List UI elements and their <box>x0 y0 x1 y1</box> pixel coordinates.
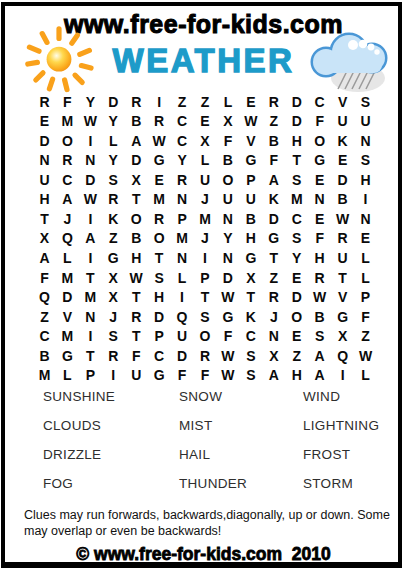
word-item: WIND <box>303 389 407 418</box>
grid-cell: M <box>56 268 79 288</box>
grid-cell: D <box>216 268 239 288</box>
grid-cell: R <box>262 287 285 307</box>
grid-cell: E <box>285 326 308 346</box>
grid-cell: N <box>354 209 377 229</box>
grid-cell: G <box>239 248 262 268</box>
grid-cell: Z <box>262 112 285 132</box>
grid-cell: R <box>102 190 125 210</box>
grid-cell: B <box>216 151 239 171</box>
grid-cell: A <box>125 131 148 151</box>
grid-cell: G <box>216 307 239 327</box>
grid-cell: X <box>102 287 125 307</box>
grid-cell: E <box>308 209 331 229</box>
grid-cell: W <box>308 287 331 307</box>
grid-cell: N <box>79 151 102 171</box>
grid-cell: T <box>79 346 102 366</box>
grid-cell: X <box>33 229 56 249</box>
grid-cell: W <box>239 112 262 132</box>
grid-cell: U <box>331 112 354 132</box>
grid-cell: S <box>354 92 377 112</box>
grid-cell: H <box>308 248 331 268</box>
grid-cell: F <box>354 307 377 327</box>
grid-cell: B <box>125 229 148 249</box>
grid-cell: U <box>194 170 217 190</box>
grid-cell: F <box>308 229 331 249</box>
grid-cell: Y <box>102 151 125 171</box>
grid-cell: W <box>331 209 354 229</box>
grid-cell: Q <box>33 287 56 307</box>
grid-cell: F <box>216 326 239 346</box>
grid-cell: G <box>56 346 79 366</box>
grid-cell: R <box>171 170 194 190</box>
grid-cell: K <box>331 131 354 151</box>
grid-cell: G <box>262 229 285 249</box>
grid-cell: O <box>285 307 308 327</box>
grid-cell: C <box>171 131 194 151</box>
grid-cell: R <box>308 268 331 288</box>
grid-cell: S <box>354 151 377 171</box>
grid-cell: R <box>148 112 171 132</box>
grid-cell: T <box>125 287 148 307</box>
grid-cell: C <box>239 326 262 346</box>
grid-cell: D <box>171 346 194 366</box>
grid-cell: L <box>354 365 377 385</box>
grid-cell: N <box>171 190 194 210</box>
grid-cell: I <box>79 131 102 151</box>
grid-cell: L <box>56 248 79 268</box>
grid-cell: R <box>125 307 148 327</box>
grid-cell: W <box>354 346 377 366</box>
grid-cell: E <box>285 268 308 288</box>
grid-cell: N <box>262 326 285 346</box>
grid-cell: O <box>216 170 239 190</box>
grid-cell: R <box>194 346 217 366</box>
grid-cell: Y <box>285 248 308 268</box>
grid-cell: L <box>102 131 125 151</box>
word-item: MIST <box>179 418 303 447</box>
grid-cell: P <box>239 170 262 190</box>
grid-cell: Q <box>171 307 194 327</box>
grid-cell: B <box>262 131 285 151</box>
grid-cell: A <box>308 365 331 385</box>
grid-cell: U <box>125 365 148 385</box>
grid-cell: E <box>308 170 331 190</box>
word-list-column: SNOWMISTHAILTHUNDER <box>179 389 303 505</box>
grid-cell: I <box>194 248 217 268</box>
grid-cell: J <box>102 307 125 327</box>
grid-cell: Z <box>102 229 125 249</box>
grid-cell: N <box>216 248 239 268</box>
grid-cell: B <box>125 112 148 132</box>
grid-cell: Q <box>56 229 79 249</box>
grid-cell: I <box>79 248 102 268</box>
grid-cell: Z <box>354 326 377 346</box>
grid-cell: D <box>102 92 125 112</box>
grid-cell: C <box>171 112 194 132</box>
grid-cell: E <box>148 170 171 190</box>
grid-cell: Z <box>194 92 217 112</box>
grid-cell: B <box>33 346 56 366</box>
grid-cell: D <box>79 170 102 190</box>
grid-cell: N <box>33 151 56 171</box>
grid-cell: X <box>239 268 262 288</box>
grid-cell: T <box>33 209 56 229</box>
grid-cell: S <box>285 229 308 249</box>
grid-cell: V <box>331 287 354 307</box>
grid-cell: T <box>125 190 148 210</box>
grid-cell: G <box>308 151 331 171</box>
grid-cell: P <box>194 268 217 288</box>
grid-cell: O <box>56 131 79 151</box>
grid-cell: T <box>194 287 217 307</box>
instructions-text: Clues may run forwards, backwards,diagon… <box>24 508 396 539</box>
grid-cell: W <box>79 190 102 210</box>
grid-cell: I <box>354 190 377 210</box>
word-item: FROST <box>303 447 407 476</box>
grid-cell: N <box>79 307 102 327</box>
grid-cell: X <box>216 112 239 132</box>
grid-cell: R <box>262 92 285 112</box>
word-item: SNOW <box>179 389 303 418</box>
grid-cell: H <box>354 170 377 190</box>
grid-cell: F <box>262 151 285 171</box>
grid-cell: R <box>125 92 148 112</box>
grid-cell: V <box>331 92 354 112</box>
grid-cell: J <box>56 209 79 229</box>
grid-cell: E <box>331 151 354 171</box>
grid-cell: X <box>331 326 354 346</box>
grid-cell: D <box>285 287 308 307</box>
grid-cell: M <box>194 209 217 229</box>
grid-cell: F <box>33 268 56 288</box>
grid-cell: G <box>148 151 171 171</box>
grid-cell: X <box>102 268 125 288</box>
grid-cell: I <box>79 209 102 229</box>
grid-cell: D <box>331 170 354 190</box>
grid-cell: S <box>285 170 308 190</box>
grid-cell: R <box>102 346 125 366</box>
word-list-column: SUNSHINECLOUDSDRIZZLEFOG <box>43 389 179 505</box>
grid-cell: C <box>148 346 171 366</box>
grid-cell: Y <box>216 229 239 249</box>
grid-cell: H <box>239 229 262 249</box>
grid-cell: S <box>194 307 217 327</box>
grid-cell: N <box>354 131 377 151</box>
grid-cell: P <box>354 287 377 307</box>
grid-cell: D <box>56 287 79 307</box>
grid-cell: T <box>285 151 308 171</box>
grid-cell: F <box>308 112 331 132</box>
grid-cell: D <box>285 112 308 132</box>
grid-cell: S <box>239 365 262 385</box>
grid-cell: L <box>56 365 79 385</box>
grid-cell: N <box>308 190 331 210</box>
grid-cell: U <box>33 170 56 190</box>
grid-cell: X <box>125 170 148 190</box>
grid-cell: B <box>239 209 262 229</box>
word-list-column: WINDLIGHTNINGFROSTSTORM <box>303 389 407 505</box>
grid-cell: W <box>216 346 239 366</box>
word-item: CLOUDS <box>43 418 179 447</box>
grid-cell: I <box>148 92 171 112</box>
word-search-grid: RFYDRIZZLERDCVSEMWYBRCEXWZDFUUDOILAWCXFV… <box>33 92 377 385</box>
grid-cell: T <box>239 287 262 307</box>
grid-cell: S <box>239 346 262 366</box>
grid-cell: J <box>194 229 217 249</box>
grid-cell: A <box>79 229 102 249</box>
grid-cell: A <box>308 346 331 366</box>
grid-cell: X <box>194 131 217 151</box>
word-item: STORM <box>303 476 407 505</box>
grid-cell: F <box>171 365 194 385</box>
grid-cell: H <box>33 190 56 210</box>
worksheet-page: www.free-for-kids.com WEATHER <box>0 0 407 573</box>
grid-cell: D <box>285 92 308 112</box>
grid-cell: V <box>239 131 262 151</box>
word-item: HAIL <box>179 447 303 476</box>
grid-cell: W <box>79 112 102 132</box>
grid-cell: R <box>148 209 171 229</box>
grid-cell: R <box>331 229 354 249</box>
grid-cell: K <box>262 190 285 210</box>
grid-cell: A <box>33 248 56 268</box>
grid-cell: B <box>331 190 354 210</box>
grid-cell: M <box>285 190 308 210</box>
grid-cell: T <box>148 248 171 268</box>
grid-cell: I <box>79 326 102 346</box>
grid-cell: T <box>79 268 102 288</box>
grid-cell: O <box>148 229 171 249</box>
word-item: FOG <box>43 476 179 505</box>
grid-cell: A <box>262 365 285 385</box>
grid-cell: L <box>171 268 194 288</box>
grid-cell: Z <box>262 268 285 288</box>
grid-cell: Z <box>33 307 56 327</box>
grid-cell: Y <box>171 151 194 171</box>
grid-cell: F <box>216 131 239 151</box>
grid-cell: V <box>56 307 79 327</box>
grid-cell: I <box>102 365 125 385</box>
grid-cell: E <box>194 112 217 132</box>
grid-cell: S <box>308 326 331 346</box>
grid-cell: A <box>262 170 285 190</box>
grid-cell: H <box>285 131 308 151</box>
grid-cell: C <box>285 209 308 229</box>
grid-cell: M <box>148 190 171 210</box>
grid-cell: G <box>239 151 262 171</box>
grid-cell: P <box>148 326 171 346</box>
grid-cell: Y <box>102 112 125 132</box>
grid-cell: C <box>33 326 56 346</box>
grid-cell: D <box>148 307 171 327</box>
grid-cell: F <box>56 92 79 112</box>
grid-cell: L <box>194 151 217 171</box>
grid-cell: Z <box>171 92 194 112</box>
grid-cell: W <box>216 287 239 307</box>
grid-cell: C <box>56 170 79 190</box>
grid-cell: G <box>331 307 354 327</box>
grid-cell: L <box>354 248 377 268</box>
grid-cell: P <box>79 365 102 385</box>
grid-cell: T <box>125 326 148 346</box>
grid-cell: N <box>171 248 194 268</box>
word-item: THUNDER <box>179 476 303 505</box>
grid-cell: K <box>239 307 262 327</box>
grid-cell: F <box>125 346 148 366</box>
grid-cell: G <box>102 248 125 268</box>
grid-cell: L <box>216 92 239 112</box>
grid-cell: T <box>331 268 354 288</box>
grid-cell: B <box>308 307 331 327</box>
rain-cloud-icon <box>302 27 402 97</box>
grid-cell: E <box>354 229 377 249</box>
grid-cell: R <box>56 151 79 171</box>
grid-cell: M <box>79 287 102 307</box>
grid-cell: H <box>285 365 308 385</box>
grid-cell: Y <box>79 92 102 112</box>
grid-cell: M <box>171 229 194 249</box>
grid-cell: I <box>171 287 194 307</box>
word-list: SUNSHINECLOUDSDRIZZLEFOGSNOWMISTHAILTHUN… <box>43 389 383 505</box>
grid-cell: E <box>239 92 262 112</box>
grid-cell: R <box>33 92 56 112</box>
grid-cell: O <box>125 209 148 229</box>
grid-cell: U <box>216 190 239 210</box>
grid-cell: U <box>239 190 262 210</box>
grid-cell: A <box>56 190 79 210</box>
grid-cell: O <box>308 131 331 151</box>
grid-cell: I <box>331 365 354 385</box>
grid-cell: H <box>125 248 148 268</box>
grid-cell: J <box>262 307 285 327</box>
grid-cell: W <box>216 365 239 385</box>
grid-cell: S <box>148 268 171 288</box>
grid-cell: Z <box>285 346 308 366</box>
grid-cell: U <box>331 248 354 268</box>
grid-cell: E <box>33 112 56 132</box>
grid-cell: Q <box>331 346 354 366</box>
grid-cell: S <box>102 170 125 190</box>
word-item: SUNSHINE <box>43 389 179 418</box>
copyright-line: © www.free-for-kids.com 2010 <box>0 544 407 565</box>
grid-cell: M <box>33 365 56 385</box>
grid-cell: X <box>262 346 285 366</box>
grid-cell: M <box>56 112 79 132</box>
grid-cell: W <box>125 268 148 288</box>
grid-cell: O <box>194 326 217 346</box>
grid-cell: M <box>56 326 79 346</box>
grid-cell: D <box>125 151 148 171</box>
grid-cell: L <box>354 268 377 288</box>
grid-cell: D <box>262 209 285 229</box>
word-item: DRIZZLE <box>43 447 179 476</box>
grid-cell: U <box>354 112 377 132</box>
grid-cell: P <box>171 209 194 229</box>
grid-cell: H <box>148 287 171 307</box>
grid-cell: J <box>194 190 217 210</box>
grid-cell: T <box>262 248 285 268</box>
grid-cell: S <box>102 326 125 346</box>
grid-cell: W <box>148 131 171 151</box>
word-item: LIGHTNING <box>303 418 407 447</box>
grid-cell: U <box>171 326 194 346</box>
grid-cell: N <box>216 209 239 229</box>
grid-cell: K <box>102 209 125 229</box>
grid-cell: D <box>33 131 56 151</box>
grid-cell: F <box>194 365 217 385</box>
grid-cell: C <box>308 92 331 112</box>
grid-cell: G <box>148 365 171 385</box>
